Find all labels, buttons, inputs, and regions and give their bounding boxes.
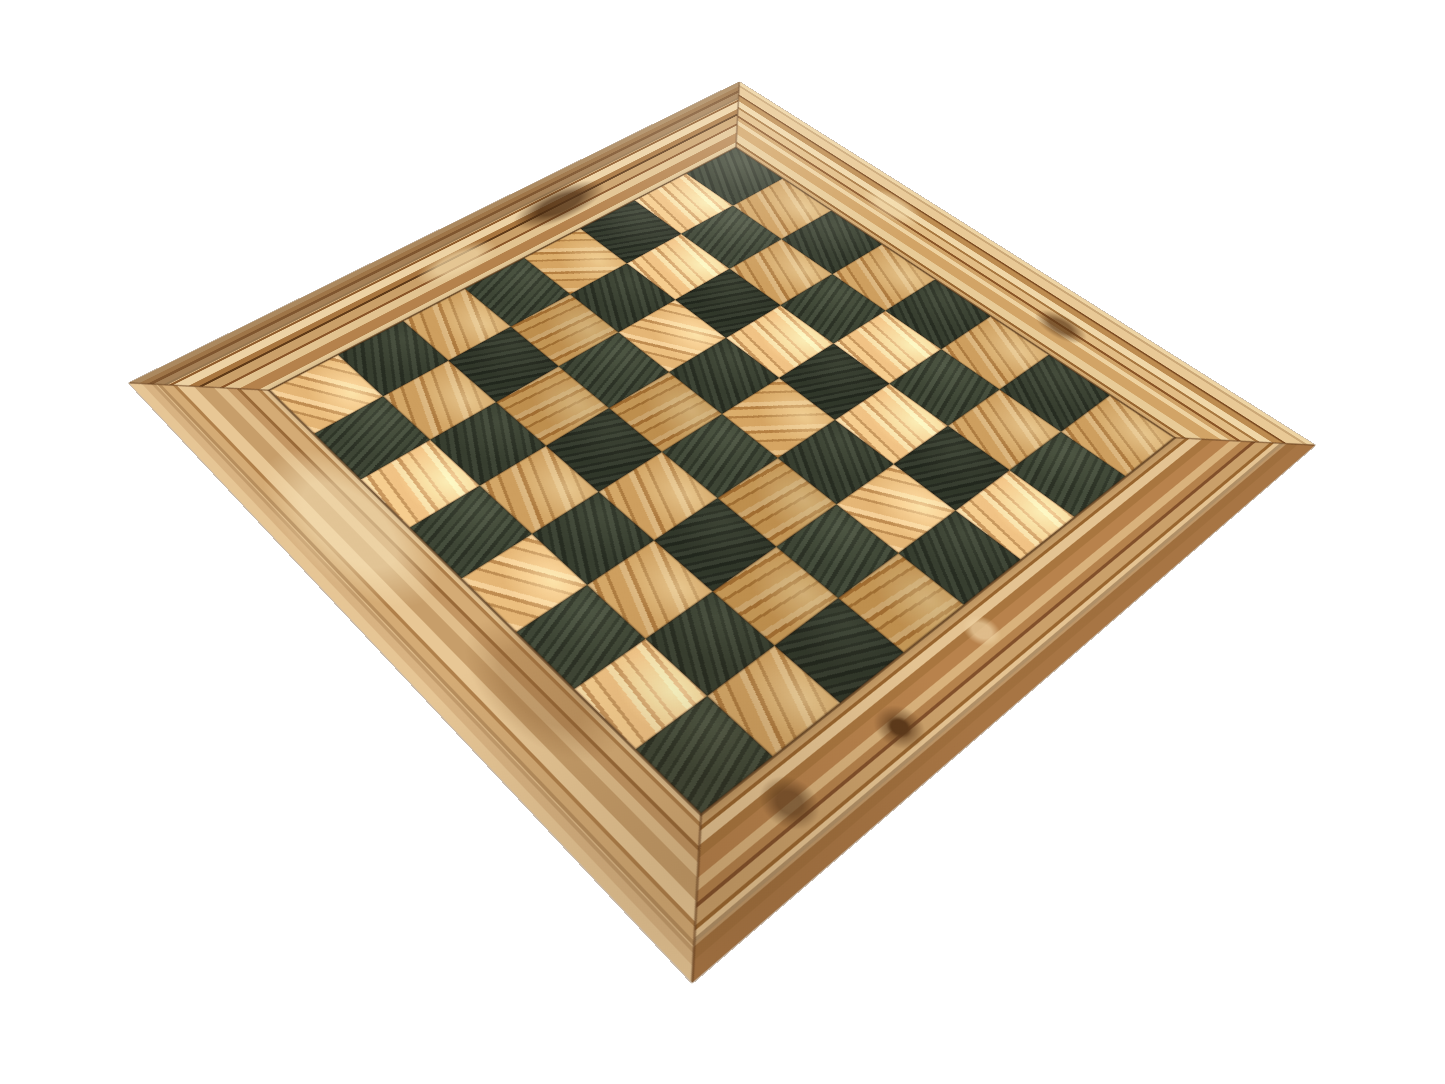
- product-photo: [0, 0, 1445, 1084]
- chess-board: [129, 82, 1315, 983]
- perspective-scene: [0, 0, 1445, 1084]
- camera-roll-wrapper: [0, 0, 1445, 1084]
